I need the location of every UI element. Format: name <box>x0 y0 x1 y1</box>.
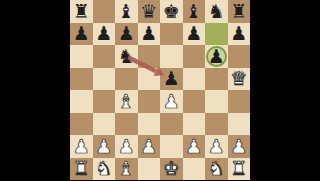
piece-black-bishop[interactable]: ♝ <box>183 0 206 23</box>
square-a2[interactable]: ♟ <box>70 135 93 158</box>
piece-white-pawn[interactable]: ♟ <box>183 135 206 158</box>
square-h1[interactable]: ♜ <box>228 158 251 181</box>
piece-white-pawn[interactable]: ♟ <box>228 135 251 158</box>
piece-black-pawn[interactable]: ♟ <box>228 23 251 46</box>
square-e7[interactable] <box>160 23 183 46</box>
square-a6[interactable] <box>70 45 93 68</box>
square-g8[interactable]: ♞ <box>205 0 228 23</box>
square-c4[interactable]: ♝ <box>115 90 138 113</box>
piece-black-pawn[interactable]: ♟ <box>138 23 161 46</box>
piece-white-pawn[interactable]: ♟ <box>115 135 138 158</box>
piece-white-pawn[interactable]: ♟ <box>93 135 116 158</box>
piece-black-pawn[interactable]: ♟ <box>205 45 228 68</box>
square-c3[interactable] <box>115 113 138 136</box>
letterbox-right <box>250 0 320 180</box>
square-h8[interactable]: ♜ <box>228 0 251 23</box>
piece-white-pawn[interactable]: ♟ <box>70 135 93 158</box>
piece-white-bishop[interactable]: ♝ <box>115 158 138 181</box>
piece-white-knight[interactable]: ♞ <box>93 158 116 181</box>
piece-black-pawn[interactable]: ♟ <box>93 23 116 46</box>
square-c8[interactable]: ♝ <box>115 0 138 23</box>
square-g1[interactable]: ♞ <box>205 158 228 181</box>
square-f2[interactable]: ♟ <box>183 135 206 158</box>
piece-white-queen[interactable]: ♛ <box>228 68 251 91</box>
square-e2[interactable] <box>160 135 183 158</box>
square-d2[interactable]: ♟ <box>138 135 161 158</box>
piece-black-rook[interactable]: ♜ <box>70 0 93 23</box>
square-f4[interactable] <box>183 90 206 113</box>
square-a4[interactable] <box>70 90 93 113</box>
piece-black-bishop[interactable]: ♝ <box>115 0 138 23</box>
square-c2[interactable]: ♟ <box>115 135 138 158</box>
piece-black-king[interactable]: ♚ <box>160 0 183 23</box>
square-a5[interactable] <box>70 68 93 91</box>
square-b3[interactable] <box>93 113 116 136</box>
square-b7[interactable]: ♟ <box>93 23 116 46</box>
square-d4[interactable] <box>138 90 161 113</box>
piece-black-knight[interactable]: ♞ <box>115 45 138 68</box>
piece-black-pawn[interactable]: ♟ <box>160 68 183 91</box>
square-b1[interactable]: ♞ <box>93 158 116 181</box>
piece-black-pawn[interactable]: ♟ <box>115 23 138 46</box>
video-frame: ♜♝♛♚♝♞♜♟♟♟♟♟♟♞♟♟♛♝♟♟♟♟♟♟♟♟♜♞♝♚♞♜ <box>0 0 320 180</box>
square-a3[interactable] <box>70 113 93 136</box>
square-e8[interactable]: ♚ <box>160 0 183 23</box>
square-f5[interactable] <box>183 68 206 91</box>
square-d5[interactable] <box>138 68 161 91</box>
square-e5[interactable]: ♟ <box>160 68 183 91</box>
square-h4[interactable] <box>228 90 251 113</box>
piece-black-rook[interactable]: ♜ <box>228 0 251 23</box>
piece-white-bishop[interactable]: ♝ <box>115 90 138 113</box>
square-g5[interactable] <box>205 68 228 91</box>
piece-white-pawn[interactable]: ♟ <box>138 135 161 158</box>
square-c5[interactable] <box>115 68 138 91</box>
square-e4[interactable]: ♟ <box>160 90 183 113</box>
square-b5[interactable] <box>93 68 116 91</box>
square-e6[interactable] <box>160 45 183 68</box>
square-h7[interactable]: ♟ <box>228 23 251 46</box>
square-c7[interactable]: ♟ <box>115 23 138 46</box>
piece-white-rook[interactable]: ♜ <box>228 158 251 181</box>
piece-white-king[interactable]: ♚ <box>160 158 183 181</box>
square-d1[interactable] <box>138 158 161 181</box>
square-g4[interactable] <box>205 90 228 113</box>
piece-white-pawn[interactable]: ♟ <box>160 90 183 113</box>
square-g7[interactable] <box>205 23 228 46</box>
square-f6[interactable] <box>183 45 206 68</box>
square-d6[interactable] <box>138 45 161 68</box>
piece-white-pawn[interactable]: ♟ <box>205 135 228 158</box>
square-c6[interactable]: ♞ <box>115 45 138 68</box>
square-h2[interactable]: ♟ <box>228 135 251 158</box>
piece-black-pawn[interactable]: ♟ <box>183 23 206 46</box>
chess-board: ♜♝♛♚♝♞♜♟♟♟♟♟♟♞♟♟♛♝♟♟♟♟♟♟♟♟♜♞♝♚♞♜ <box>70 0 250 180</box>
square-e1[interactable]: ♚ <box>160 158 183 181</box>
square-d3[interactable] <box>138 113 161 136</box>
piece-white-rook[interactable]: ♜ <box>70 158 93 181</box>
piece-black-knight[interactable]: ♞ <box>205 0 228 23</box>
square-h3[interactable] <box>228 113 251 136</box>
square-f8[interactable]: ♝ <box>183 0 206 23</box>
square-b4[interactable] <box>93 90 116 113</box>
square-b6[interactable] <box>93 45 116 68</box>
square-g3[interactable] <box>205 113 228 136</box>
square-a8[interactable]: ♜ <box>70 0 93 23</box>
piece-black-pawn[interactable]: ♟ <box>70 23 93 46</box>
square-c1[interactable]: ♝ <box>115 158 138 181</box>
square-f1[interactable] <box>183 158 206 181</box>
square-a7[interactable]: ♟ <box>70 23 93 46</box>
square-f7[interactable]: ♟ <box>183 23 206 46</box>
piece-black-queen[interactable]: ♛ <box>138 0 161 23</box>
square-g2[interactable]: ♟ <box>205 135 228 158</box>
square-d8[interactable]: ♛ <box>138 0 161 23</box>
square-b2[interactable]: ♟ <box>93 135 116 158</box>
square-g6[interactable]: ♟ <box>205 45 228 68</box>
square-b8[interactable] <box>93 0 116 23</box>
letterbox-left <box>0 0 70 180</box>
square-f3[interactable] <box>183 113 206 136</box>
square-e3[interactable] <box>160 113 183 136</box>
square-d7[interactable]: ♟ <box>138 23 161 46</box>
piece-white-knight[interactable]: ♞ <box>205 158 228 181</box>
square-h6[interactable] <box>228 45 251 68</box>
square-h5[interactable]: ♛ <box>228 68 251 91</box>
square-a1[interactable]: ♜ <box>70 158 93 181</box>
